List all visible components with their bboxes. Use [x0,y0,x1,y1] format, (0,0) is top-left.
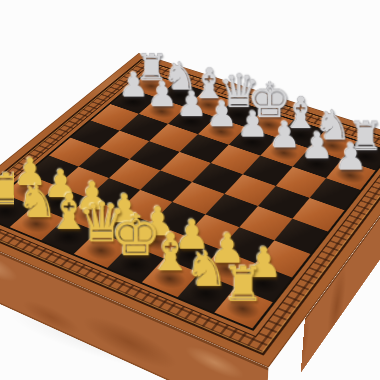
square-h6[interactable] [310,178,361,210]
chess-set: ♜♞♝♛♚♝♞♜♟♟♟♟♟♟♟♟♟♟♟♟♟♟♟♟♜♞♝♛♚♝♞♜ [0,53,380,368]
piece-shadow [331,165,369,187]
piece-gold-rook[interactable]: ♜ [222,262,265,308]
square-h5[interactable] [292,198,344,232]
square-f4[interactable] [205,194,258,227]
square-g5[interactable] [258,186,310,219]
scene: ♜♞♝♛♚♝♞♜♟♟♟♟♟♟♟♟♟♟♟♟♟♟♟♟♜♞♝♛♚♝♞♜ [0,0,380,380]
square-g4[interactable] [239,206,292,240]
square-e4[interactable] [172,182,224,214]
